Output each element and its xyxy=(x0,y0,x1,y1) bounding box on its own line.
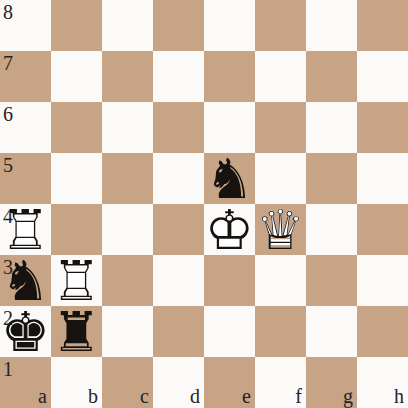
file-label-c: c xyxy=(140,386,149,406)
square-h1[interactable]: h xyxy=(357,357,408,408)
piece-white-rook[interactable]: ♜♖ xyxy=(0,204,51,255)
rank-label-5: 5 xyxy=(3,155,13,175)
square-b3[interactable]: ♜♖ xyxy=(51,255,102,306)
square-a6[interactable]: 6 xyxy=(0,102,51,153)
white-rook-outline-glyph: ♖ xyxy=(52,253,101,308)
file-label-g: g xyxy=(343,386,353,406)
square-g7[interactable] xyxy=(306,51,357,102)
square-h8[interactable] xyxy=(357,0,408,51)
square-e3[interactable] xyxy=(204,255,255,306)
square-b1[interactable]: b xyxy=(51,357,102,408)
white-king-outline-glyph: ♔ xyxy=(205,202,254,257)
square-d6[interactable] xyxy=(153,102,204,153)
square-c8[interactable] xyxy=(102,0,153,51)
file-label-f: f xyxy=(295,386,302,406)
square-c5[interactable] xyxy=(102,153,153,204)
square-d8[interactable] xyxy=(153,0,204,51)
black-knight-glyph: ♞ xyxy=(205,151,254,206)
chess-board: 8765♞4♜♖♚♔♛♕3♞♜♖2♚♜1abcdefgh xyxy=(0,0,408,408)
square-g4[interactable] xyxy=(306,204,357,255)
square-h6[interactable] xyxy=(357,102,408,153)
square-d1[interactable]: d xyxy=(153,357,204,408)
square-g6[interactable] xyxy=(306,102,357,153)
square-h3[interactable] xyxy=(357,255,408,306)
white-king-glyph: ♚ xyxy=(205,202,254,257)
file-label-d: d xyxy=(190,386,200,406)
square-f8[interactable] xyxy=(255,0,306,51)
square-f3[interactable] xyxy=(255,255,306,306)
square-c2[interactable] xyxy=(102,306,153,357)
square-b6[interactable] xyxy=(51,102,102,153)
square-e5[interactable]: ♞ xyxy=(204,153,255,204)
square-g3[interactable] xyxy=(306,255,357,306)
rank-label-7: 7 xyxy=(3,53,13,73)
square-d5[interactable] xyxy=(153,153,204,204)
square-c7[interactable] xyxy=(102,51,153,102)
square-f7[interactable] xyxy=(255,51,306,102)
square-c4[interactable] xyxy=(102,204,153,255)
square-g5[interactable] xyxy=(306,153,357,204)
square-e6[interactable] xyxy=(204,102,255,153)
piece-white-queen[interactable]: ♛♕ xyxy=(255,204,306,255)
square-f5[interactable] xyxy=(255,153,306,204)
file-label-b: b xyxy=(88,386,98,406)
square-d2[interactable] xyxy=(153,306,204,357)
square-h2[interactable] xyxy=(357,306,408,357)
square-e7[interactable] xyxy=(204,51,255,102)
square-a5[interactable]: 5 xyxy=(0,153,51,204)
rank-label-1: 1 xyxy=(3,359,13,379)
black-king-glyph: ♚ xyxy=(1,304,50,359)
square-f2[interactable] xyxy=(255,306,306,357)
white-queen-outline-glyph: ♕ xyxy=(256,202,305,257)
square-e4[interactable]: ♚♔ xyxy=(204,204,255,255)
square-b7[interactable] xyxy=(51,51,102,102)
black-knight-glyph: ♞ xyxy=(1,253,50,308)
file-label-e: e xyxy=(242,386,251,406)
square-b8[interactable] xyxy=(51,0,102,51)
square-g1[interactable]: g xyxy=(306,357,357,408)
square-b4[interactable] xyxy=(51,204,102,255)
square-h7[interactable] xyxy=(357,51,408,102)
square-f1[interactable]: f xyxy=(255,357,306,408)
square-a7[interactable]: 7 xyxy=(0,51,51,102)
file-label-a: a xyxy=(38,386,47,406)
square-e2[interactable] xyxy=(204,306,255,357)
white-rook-outline-glyph: ♖ xyxy=(1,202,50,257)
square-f6[interactable] xyxy=(255,102,306,153)
square-g8[interactable] xyxy=(306,0,357,51)
square-h4[interactable] xyxy=(357,204,408,255)
square-a3[interactable]: 3♞ xyxy=(0,255,51,306)
piece-white-king[interactable]: ♚♔ xyxy=(204,204,255,255)
white-queen-glyph: ♛ xyxy=(256,202,305,257)
square-a8[interactable]: 8 xyxy=(0,0,51,51)
square-d7[interactable] xyxy=(153,51,204,102)
square-e1[interactable]: e xyxy=(204,357,255,408)
piece-black-knight[interactable]: ♞ xyxy=(0,255,51,306)
square-c6[interactable] xyxy=(102,102,153,153)
rank-label-8: 8 xyxy=(3,2,13,22)
square-c3[interactable] xyxy=(102,255,153,306)
square-h5[interactable] xyxy=(357,153,408,204)
piece-black-rook[interactable]: ♜ xyxy=(51,306,102,357)
white-rook-glyph: ♜ xyxy=(52,253,101,308)
file-label-h: h xyxy=(394,386,404,406)
square-b5[interactable] xyxy=(51,153,102,204)
square-b2[interactable]: ♜ xyxy=(51,306,102,357)
square-f4[interactable]: ♛♕ xyxy=(255,204,306,255)
square-d3[interactable] xyxy=(153,255,204,306)
square-e8[interactable] xyxy=(204,0,255,51)
square-a2[interactable]: 2♚ xyxy=(0,306,51,357)
white-rook-glyph: ♜ xyxy=(1,202,50,257)
square-a1[interactable]: 1a xyxy=(0,357,51,408)
square-c1[interactable]: c xyxy=(102,357,153,408)
piece-white-rook[interactable]: ♜♖ xyxy=(51,255,102,306)
piece-black-knight[interactable]: ♞ xyxy=(204,153,255,204)
square-g2[interactable] xyxy=(306,306,357,357)
piece-black-king[interactable]: ♚ xyxy=(0,306,51,357)
square-d4[interactable] xyxy=(153,204,204,255)
black-rook-glyph: ♜ xyxy=(52,304,101,359)
rank-label-6: 6 xyxy=(3,104,13,124)
square-a4[interactable]: 4♜♖ xyxy=(0,204,51,255)
